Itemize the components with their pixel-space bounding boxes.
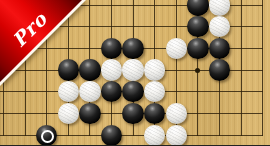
white-stone — [122, 59, 143, 80]
last-move-marker — [41, 130, 54, 143]
white-stone — [144, 81, 165, 102]
white-stone — [209, 16, 230, 37]
grid-line-vertical — [241, 0, 242, 136]
black-stone — [209, 59, 230, 80]
black-stone — [101, 38, 122, 59]
black-stone — [209, 38, 230, 59]
black-stone — [144, 103, 165, 124]
black-stone — [122, 103, 143, 124]
black-stone — [101, 81, 122, 102]
go-board[interactable] — [0, 0, 270, 145]
black-stone — [79, 103, 100, 124]
grid-line-vertical — [25, 0, 26, 136]
black-stone — [187, 0, 208, 16]
white-stone — [101, 59, 122, 80]
app-screen: Pro — [0, 0, 270, 145]
black-stone — [122, 38, 143, 59]
white-stone — [144, 125, 165, 146]
white-stone — [58, 81, 79, 102]
star-point — [195, 68, 200, 73]
black-stone — [58, 59, 79, 80]
black-stone — [122, 81, 143, 102]
white-stone — [209, 0, 230, 16]
grid-line-vertical — [3, 0, 4, 136]
black-stone — [36, 125, 57, 146]
grid-line-vertical — [46, 0, 47, 136]
white-stone — [58, 103, 79, 124]
black-stone — [101, 125, 122, 146]
white-stone — [166, 38, 187, 59]
white-stone — [166, 125, 187, 146]
black-stone — [79, 59, 100, 80]
white-stone — [166, 103, 187, 124]
black-stone — [187, 38, 208, 59]
black-stone — [187, 16, 208, 37]
white-stone — [79, 81, 100, 102]
grid-line-vertical — [262, 0, 263, 136]
white-stone — [144, 59, 165, 80]
